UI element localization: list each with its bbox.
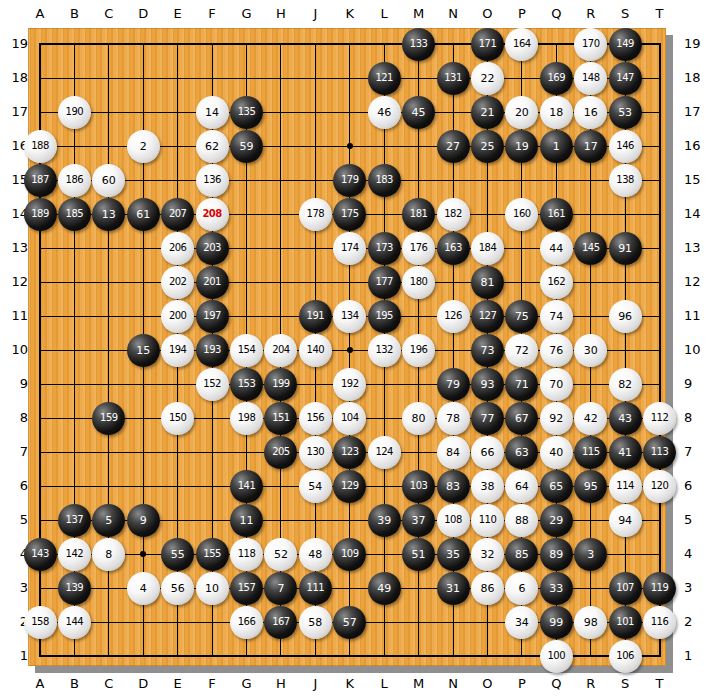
move-number: 181 <box>410 209 428 219</box>
coord-label-col-S: S <box>614 6 636 21</box>
coord-label-row-10: 10 <box>2 342 28 358</box>
stone-black-43[interactable]: 43 <box>609 402 642 435</box>
coord-label-col-Q: Q <box>545 676 567 691</box>
stone-black-77[interactable]: 77 <box>471 402 504 435</box>
stone-black-9[interactable]: 9 <box>127 504 160 537</box>
stone-black-33[interactable]: 33 <box>540 572 573 605</box>
stone-black-157[interactable]: 157 <box>230 572 263 605</box>
stone-white-200[interactable]: 200 <box>161 300 194 333</box>
stone-black-139[interactable]: 139 <box>58 572 91 605</box>
stone-white-74[interactable]: 74 <box>540 300 573 333</box>
move-number: 185 <box>66 209 84 219</box>
star-point <box>140 551 146 557</box>
move-number: 34 <box>515 617 529 628</box>
stone-white-54[interactable]: 54 <box>299 470 332 503</box>
stone-black-61[interactable]: 61 <box>127 198 160 231</box>
stone-black-85[interactable]: 85 <box>505 538 538 571</box>
move-number: 72 <box>515 345 529 356</box>
stone-black-55[interactable]: 55 <box>161 538 194 571</box>
stone-white-120[interactable]: 120 <box>643 470 676 503</box>
move-number: 150 <box>169 413 187 423</box>
stone-white-34[interactable]: 34 <box>505 606 538 639</box>
coord-label-row-9: 9 <box>2 376 28 392</box>
stone-black-79[interactable]: 79 <box>437 368 470 401</box>
stone-white-88[interactable]: 88 <box>505 504 538 537</box>
stone-black-187[interactable]: 187 <box>24 164 57 197</box>
stone-black-179[interactable]: 179 <box>333 164 366 197</box>
coord-label-row-10: 10 <box>684 342 710 358</box>
move-number: 184 <box>479 243 497 253</box>
stone-white-22[interactable]: 22 <box>471 62 504 95</box>
stone-black-3[interactable]: 3 <box>574 538 607 571</box>
stone-black-181[interactable]: 181 <box>402 198 435 231</box>
stone-black-159[interactable]: 159 <box>92 402 125 435</box>
stone-white-108[interactable]: 108 <box>437 504 470 537</box>
stone-black-75[interactable]: 75 <box>505 300 538 333</box>
stone-black-147[interactable]: 147 <box>609 62 642 95</box>
coord-label-col-H: H <box>270 676 292 691</box>
coord-label-row-18: 18 <box>684 70 710 86</box>
stone-white-152[interactable]: 152 <box>196 368 229 401</box>
stone-black-171[interactable]: 171 <box>471 28 504 61</box>
stone-white-174[interactable]: 174 <box>333 232 366 265</box>
stone-black-191[interactable]: 191 <box>299 300 332 333</box>
stone-black-109[interactable]: 109 <box>333 538 366 571</box>
stone-white-156[interactable]: 156 <box>299 402 332 435</box>
stone-white-138[interactable]: 138 <box>609 164 642 197</box>
stone-white-38[interactable]: 38 <box>471 470 504 503</box>
stone-black-127[interactable]: 127 <box>471 300 504 333</box>
stone-black-73[interactable]: 73 <box>471 334 504 367</box>
stone-white-154[interactable]: 154 <box>230 334 263 367</box>
move-number: 103 <box>410 481 428 491</box>
move-number: 143 <box>31 549 49 559</box>
stone-white-116[interactable]: 116 <box>643 606 676 639</box>
stone-black-57[interactable]: 57 <box>333 606 366 639</box>
move-number: 131 <box>444 73 462 83</box>
move-number: 93 <box>480 379 494 390</box>
stone-white-60[interactable]: 60 <box>92 164 125 197</box>
stone-white-146[interactable]: 146 <box>609 130 642 163</box>
coord-label-row-14: 14 <box>684 206 710 222</box>
stone-white-16[interactable]: 16 <box>574 96 607 129</box>
stone-white-32[interactable]: 32 <box>471 538 504 571</box>
stone-white-182[interactable]: 182 <box>437 198 470 231</box>
stone-black-13[interactable]: 13 <box>92 198 125 231</box>
stone-black-51[interactable]: 51 <box>402 538 435 571</box>
move-number: 130 <box>307 447 325 457</box>
coord-label-row-8: 8 <box>684 410 710 426</box>
move-number: 177 <box>375 277 393 287</box>
stone-white-126[interactable]: 126 <box>437 300 470 333</box>
stone-white-196[interactable]: 196 <box>402 334 435 367</box>
stone-black-107[interactable]: 107 <box>609 572 642 605</box>
coord-label-col-Q: Q <box>545 6 567 21</box>
stone-white-44[interactable]: 44 <box>540 232 573 265</box>
stone-white-112[interactable]: 112 <box>643 402 676 435</box>
stone-black-129[interactable]: 129 <box>333 470 366 503</box>
stone-white-118[interactable]: 118 <box>230 538 263 571</box>
stone-black-123[interactable]: 123 <box>333 436 366 469</box>
stone-white-100[interactable]: 100 <box>540 640 573 673</box>
move-number: 182 <box>444 209 462 219</box>
stone-white-176[interactable]: 176 <box>402 232 435 265</box>
stone-white-166[interactable]: 166 <box>230 606 263 639</box>
stone-black-37[interactable]: 37 <box>402 504 435 537</box>
stone-white-4[interactable]: 4 <box>127 572 160 605</box>
move-number: 189 <box>31 209 49 219</box>
stone-black-131[interactable]: 131 <box>437 62 470 95</box>
coord-label-col-A: A <box>29 676 51 691</box>
stone-white-192[interactable]: 192 <box>333 368 366 401</box>
move-number: 188 <box>31 141 49 151</box>
move-number: 119 <box>651 583 669 593</box>
move-number: 178 <box>307 209 325 219</box>
move-number: 148 <box>582 73 600 83</box>
coord-label-col-C: C <box>98 6 120 21</box>
stone-black-207[interactable]: 207 <box>161 198 194 231</box>
move-number: 9 <box>140 515 147 526</box>
stone-black-137[interactable]: 137 <box>58 504 91 537</box>
move-number: 204 <box>272 345 290 355</box>
stone-white-180[interactable]: 180 <box>402 266 435 299</box>
stone-black-5[interactable]: 5 <box>92 504 125 537</box>
stone-black-201[interactable]: 201 <box>196 266 229 299</box>
stone-white-94[interactable]: 94 <box>609 504 642 537</box>
stone-white-48[interactable]: 48 <box>299 538 332 571</box>
stone-white-130[interactable]: 130 <box>299 436 332 469</box>
coord-label-row-8: 8 <box>2 410 28 426</box>
move-number: 5 <box>105 515 112 526</box>
coord-label-col-D: D <box>132 676 154 691</box>
stone-black-111[interactable]: 111 <box>299 572 332 605</box>
stone-white-148[interactable]: 148 <box>574 62 607 95</box>
move-number: 21 <box>480 107 494 118</box>
stone-black-93[interactable]: 93 <box>471 368 504 401</box>
stone-white-170[interactable]: 170 <box>574 28 607 61</box>
stone-black-133[interactable]: 133 <box>402 28 435 61</box>
stone-black-19[interactable]: 19 <box>505 130 538 163</box>
stone-black-175[interactable]: 175 <box>333 198 366 231</box>
grid-line-vertical <box>659 43 661 657</box>
move-number: 86 <box>480 583 494 594</box>
stone-white-62[interactable]: 62 <box>196 130 229 163</box>
move-number: 126 <box>444 311 462 321</box>
move-number: 18 <box>549 107 563 118</box>
move-number: 65 <box>549 481 563 492</box>
move-number: 31 <box>446 583 460 594</box>
coord-label-col-G: G <box>236 6 258 21</box>
stone-black-121[interactable]: 121 <box>368 62 401 95</box>
coord-label-row-11: 11 <box>684 308 710 324</box>
stone-black-17[interactable]: 17 <box>574 130 607 163</box>
move-number: 149 <box>616 39 634 49</box>
move-number: 19 <box>515 141 529 152</box>
stone-black-27[interactable]: 27 <box>437 130 470 163</box>
coord-label-col-H: H <box>270 6 292 21</box>
stone-black-145[interactable]: 145 <box>574 232 607 265</box>
move-number: 163 <box>444 243 462 253</box>
stone-black-113[interactable]: 113 <box>643 436 676 469</box>
stone-black-135[interactable]: 135 <box>230 96 263 129</box>
move-number: 55 <box>171 549 185 560</box>
move-number: 152 <box>203 379 221 389</box>
coord-label-col-T: T <box>649 6 671 21</box>
stone-black-115[interactable]: 115 <box>574 436 607 469</box>
stone-white-66[interactable]: 66 <box>471 436 504 469</box>
move-number: 43 <box>618 413 632 424</box>
stone-white-178[interactable]: 178 <box>299 198 332 231</box>
move-number: 162 <box>548 277 566 287</box>
coord-label-row-5: 5 <box>684 512 710 528</box>
stone-white-70[interactable]: 70 <box>540 368 573 401</box>
move-number: 175 <box>341 209 359 219</box>
move-number: 39 <box>377 515 391 526</box>
stone-white-190[interactable]: 190 <box>58 96 91 129</box>
stone-white-104[interactable]: 104 <box>333 402 366 435</box>
coord-label-row-2: 2 <box>684 614 710 630</box>
coord-label-col-M: M <box>408 6 430 21</box>
stone-white-188[interactable]: 188 <box>24 130 57 163</box>
coord-label-row-3: 3 <box>684 580 710 596</box>
move-number: 64 <box>515 481 529 492</box>
stone-white-162[interactable]: 162 <box>540 266 573 299</box>
stone-black-155[interactable]: 155 <box>196 538 229 571</box>
stone-white-64[interactable]: 64 <box>505 470 538 503</box>
stone-black-173[interactable]: 173 <box>368 232 401 265</box>
move-number: 176 <box>410 243 428 253</box>
stone-black-95[interactable]: 95 <box>574 470 607 503</box>
stone-black-189[interactable]: 189 <box>24 198 57 231</box>
stone-white-158[interactable]: 158 <box>24 606 57 639</box>
stone-black-101[interactable]: 101 <box>609 606 642 639</box>
move-number: 139 <box>66 583 84 593</box>
stone-black-149[interactable]: 149 <box>609 28 642 61</box>
move-number: 155 <box>203 549 221 559</box>
coord-label-col-L: L <box>373 6 395 21</box>
stone-white-164[interactable]: 164 <box>505 28 538 61</box>
move-number: 193 <box>203 345 221 355</box>
stone-white-150[interactable]: 150 <box>161 402 194 435</box>
stone-white-96[interactable]: 96 <box>609 300 642 333</box>
stone-white-186[interactable]: 186 <box>58 164 91 197</box>
stone-black-65[interactable]: 65 <box>540 470 573 503</box>
stone-white-98[interactable]: 98 <box>574 606 607 639</box>
stone-black-63[interactable]: 63 <box>505 436 538 469</box>
stone-white-206[interactable]: 206 <box>161 232 194 265</box>
stone-white-76[interactable]: 76 <box>540 334 573 367</box>
stone-black-153[interactable]: 153 <box>230 368 263 401</box>
stone-black-39[interactable]: 39 <box>368 504 401 537</box>
move-number: 199 <box>272 379 290 389</box>
stone-white-82[interactable]: 82 <box>609 368 642 401</box>
stone-black-7[interactable]: 7 <box>264 572 297 605</box>
coord-label-col-N: N <box>442 6 464 21</box>
stone-black-71[interactable]: 71 <box>505 368 538 401</box>
move-number: 197 <box>203 311 221 321</box>
stone-black-31[interactable]: 31 <box>437 572 470 605</box>
stone-black-35[interactable]: 35 <box>437 538 470 571</box>
stone-black-119[interactable]: 119 <box>643 572 676 605</box>
move-number: 48 <box>308 549 322 560</box>
coord-label-col-N: N <box>442 676 464 691</box>
move-number: 186 <box>66 175 84 185</box>
stone-white-46[interactable]: 46 <box>368 96 401 129</box>
stone-white-86[interactable]: 86 <box>471 572 504 605</box>
move-number: 96 <box>618 311 632 322</box>
stone-white-124[interactable]: 124 <box>368 436 401 469</box>
move-number: 167 <box>272 617 290 627</box>
goban-diagram: ABCDEFGHJKLMNOPQRST ABCDEFGHJKLMNOPQRST … <box>0 0 726 696</box>
stone-black-203[interactable]: 203 <box>196 232 229 265</box>
stone-white-160[interactable]: 160 <box>505 198 538 231</box>
stone-black-41[interactable]: 41 <box>609 436 642 469</box>
stone-white-80[interactable]: 80 <box>402 402 435 435</box>
move-number: 89 <box>549 549 563 560</box>
stone-black-1[interactable]: 1 <box>540 130 573 163</box>
stone-white-8[interactable]: 8 <box>92 538 125 571</box>
stone-black-193[interactable]: 193 <box>196 334 229 367</box>
stone-white-110[interactable]: 110 <box>471 504 504 537</box>
move-number: 57 <box>343 617 357 628</box>
stone-black-183[interactable]: 183 <box>368 164 401 197</box>
stone-black-49[interactable]: 49 <box>368 572 401 605</box>
stone-black-143[interactable]: 143 <box>24 538 57 571</box>
stone-black-21[interactable]: 21 <box>471 96 504 129</box>
stone-white-132[interactable]: 132 <box>368 334 401 367</box>
stone-black-141[interactable]: 141 <box>230 470 263 503</box>
stone-black-151[interactable]: 151 <box>264 402 297 435</box>
stone-black-167[interactable]: 167 <box>264 606 297 639</box>
move-number: 192 <box>341 379 359 389</box>
stone-black-161[interactable]: 161 <box>540 198 573 231</box>
move-number: 58 <box>308 617 322 628</box>
stone-white-58[interactable]: 58 <box>299 606 332 639</box>
stone-black-45[interactable]: 45 <box>402 96 435 129</box>
stone-black-103[interactable]: 103 <box>402 470 435 503</box>
move-number: 85 <box>515 549 529 560</box>
stone-black-59[interactable]: 59 <box>230 130 263 163</box>
stone-white-198[interactable]: 198 <box>230 402 263 435</box>
stone-white-194[interactable]: 194 <box>161 334 194 367</box>
stone-black-15[interactable]: 15 <box>127 334 160 367</box>
stone-white-72[interactable]: 72 <box>505 334 538 367</box>
stone-white-14[interactable]: 14 <box>196 96 229 129</box>
stone-white-144[interactable]: 144 <box>58 606 91 639</box>
stone-black-177[interactable]: 177 <box>368 266 401 299</box>
move-number: 62 <box>205 141 219 152</box>
stone-white-20[interactable]: 20 <box>505 96 538 129</box>
stone-white-84[interactable]: 84 <box>437 436 470 469</box>
stone-black-81[interactable]: 81 <box>471 266 504 299</box>
stone-white-92[interactable]: 92 <box>540 402 573 435</box>
stone-white-136[interactable]: 136 <box>196 164 229 197</box>
move-number: 183 <box>375 175 393 185</box>
move-number: 123 <box>341 447 359 457</box>
coord-label-col-K: K <box>339 6 361 21</box>
stone-white-142[interactable]: 142 <box>58 538 91 571</box>
stone-black-67[interactable]: 67 <box>505 402 538 435</box>
stone-black-185[interactable]: 185 <box>58 198 91 231</box>
stone-white-2[interactable]: 2 <box>127 130 160 163</box>
stone-black-89[interactable]: 89 <box>540 538 573 571</box>
move-number: 100 <box>548 651 566 661</box>
stone-white-204[interactable]: 204 <box>264 334 297 367</box>
coord-label-row-9: 9 <box>684 376 710 392</box>
stone-black-99[interactable]: 99 <box>540 606 573 639</box>
stone-black-11[interactable]: 11 <box>230 504 263 537</box>
stone-white-184[interactable]: 184 <box>471 232 504 265</box>
stone-white-30[interactable]: 30 <box>574 334 607 367</box>
move-number: 202 <box>169 277 187 287</box>
stone-white-114[interactable]: 114 <box>609 470 642 503</box>
move-number: 60 <box>102 175 116 186</box>
move-number: 29 <box>549 515 563 526</box>
move-number: 8 <box>105 549 112 560</box>
stone-white-208[interactable]: 208 <box>196 198 229 231</box>
stone-black-205[interactable]: 205 <box>264 436 297 469</box>
stone-white-140[interactable]: 140 <box>299 334 332 367</box>
stone-black-197[interactable]: 197 <box>196 300 229 333</box>
move-number: 84 <box>446 447 460 458</box>
stone-black-83[interactable]: 83 <box>437 470 470 503</box>
move-number: 108 <box>444 515 462 525</box>
move-number: 132 <box>375 345 393 355</box>
coord-label-row-16: 16 <box>684 138 710 154</box>
move-number: 66 <box>480 447 494 458</box>
move-number: 201 <box>203 277 221 287</box>
stone-white-40[interactable]: 40 <box>540 436 573 469</box>
stone-black-25[interactable]: 25 <box>471 130 504 163</box>
stone-black-199[interactable]: 199 <box>264 368 297 401</box>
stone-white-56[interactable]: 56 <box>161 572 194 605</box>
stone-black-29[interactable]: 29 <box>540 504 573 537</box>
stone-white-6[interactable]: 6 <box>505 572 538 605</box>
stone-white-202[interactable]: 202 <box>161 266 194 299</box>
coord-label-row-1: 1 <box>2 648 28 664</box>
move-number: 138 <box>616 175 634 185</box>
move-number: 76 <box>549 345 563 356</box>
move-number: 20 <box>515 107 529 118</box>
move-number: 124 <box>375 447 393 457</box>
move-number: 40 <box>549 447 563 458</box>
coord-label-col-E: E <box>167 6 189 21</box>
stone-white-106[interactable]: 106 <box>609 640 642 673</box>
stone-white-78[interactable]: 78 <box>437 402 470 435</box>
stone-black-91[interactable]: 91 <box>609 232 642 265</box>
coord-label-row-1: 1 <box>684 648 710 664</box>
stone-black-53[interactable]: 53 <box>609 96 642 129</box>
stone-black-169[interactable]: 169 <box>540 62 573 95</box>
stone-white-134[interactable]: 134 <box>333 300 366 333</box>
move-number: 135 <box>238 107 256 117</box>
stone-white-10[interactable]: 10 <box>196 572 229 605</box>
move-number: 151 <box>272 413 290 423</box>
move-number: 78 <box>446 413 460 424</box>
coord-label-col-F: F <box>201 676 223 691</box>
move-number: 203 <box>203 243 221 253</box>
stone-white-42[interactable]: 42 <box>574 402 607 435</box>
coord-label-row-17: 17 <box>684 104 710 120</box>
stone-white-18[interactable]: 18 <box>540 96 573 129</box>
move-number: 127 <box>479 311 497 321</box>
stone-black-163[interactable]: 163 <box>437 232 470 265</box>
stone-black-195[interactable]: 195 <box>368 300 401 333</box>
move-number: 35 <box>446 549 460 560</box>
move-number: 133 <box>410 39 428 49</box>
coord-label-col-E: E <box>167 676 189 691</box>
stone-white-52[interactable]: 52 <box>264 538 297 571</box>
